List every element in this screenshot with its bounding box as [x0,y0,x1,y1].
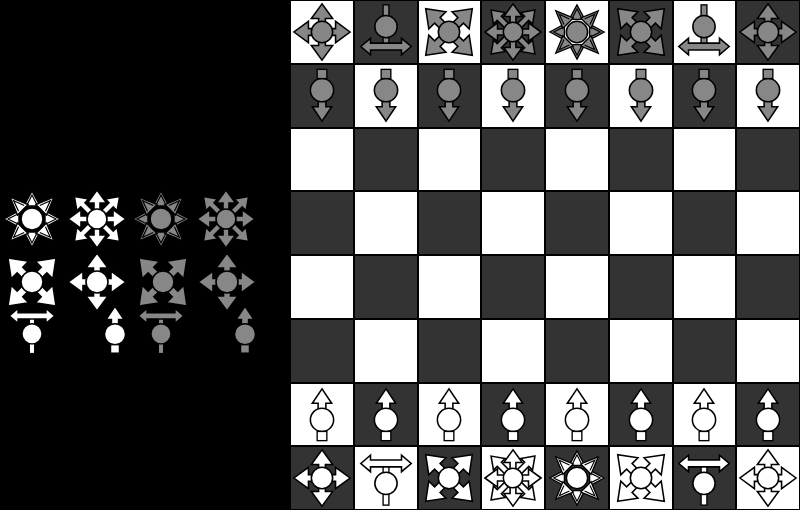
black-pawn [482,65,544,127]
square-a8[interactable] [290,0,354,64]
black-rook [291,1,353,63]
white-bishop [418,447,480,509]
square-c4[interactable] [418,255,482,319]
white-rook [737,447,799,509]
piece-legend-panel [0,0,290,510]
legend-black-king [129,187,193,251]
white-queen [482,447,544,509]
square-c2[interactable] [418,383,482,447]
legend-white-knight [4,301,60,357]
black-pawn [546,65,608,127]
legend-white-king [0,187,64,251]
black-pawn [673,65,735,127]
legend-black-pawn [217,301,273,357]
white-rook [291,447,353,509]
square-d3[interactable] [481,319,545,383]
white-bishop [610,447,672,509]
square-g6[interactable] [673,128,737,192]
square-f3[interactable] [609,319,673,383]
legend-black-knight [133,301,189,357]
black-pawn [291,65,353,127]
square-c7[interactable] [418,64,482,128]
square-h5[interactable] [736,191,800,255]
square-a1[interactable] [290,446,354,510]
white-pawn [737,383,799,445]
square-d2[interactable] [481,383,545,447]
square-g4[interactable] [673,255,737,319]
legend-black-queen [194,187,258,251]
chess-board[interactable] [290,0,800,510]
square-e7[interactable] [545,64,609,128]
white-pawn [355,383,417,445]
square-h3[interactable] [736,319,800,383]
square-c6[interactable] [418,128,482,192]
square-b1[interactable] [354,446,418,510]
square-a4[interactable] [290,255,354,319]
square-e4[interactable] [545,255,609,319]
square-g5[interactable] [673,191,737,255]
white-pawn [291,383,353,445]
square-a2[interactable] [290,383,354,447]
black-pawn [355,65,417,127]
square-g3[interactable] [673,319,737,383]
black-knight [673,1,735,63]
white-knight [673,447,735,509]
square-d4[interactable] [481,255,545,319]
square-f1[interactable] [609,446,673,510]
square-f7[interactable] [609,64,673,128]
square-c8[interactable] [418,0,482,64]
square-e8[interactable] [545,0,609,64]
black-queen [482,1,544,63]
black-king [546,1,608,63]
white-pawn [418,383,480,445]
square-b2[interactable] [354,383,418,447]
black-bishop [418,1,480,63]
square-b5[interactable] [354,191,418,255]
legend-white-queen [65,187,129,251]
square-h8[interactable] [736,0,800,64]
white-pawn [482,383,544,445]
chess-diagram [0,0,800,510]
square-c1[interactable] [418,446,482,510]
square-a6[interactable] [290,128,354,192]
square-e1[interactable] [545,446,609,510]
square-a3[interactable] [290,319,354,383]
square-g7[interactable] [673,64,737,128]
square-g2[interactable] [673,383,737,447]
white-knight [355,447,417,509]
square-a5[interactable] [290,191,354,255]
square-b4[interactable] [354,255,418,319]
square-d8[interactable] [481,0,545,64]
square-h6[interactable] [736,128,800,192]
black-rook [737,1,799,63]
square-h2[interactable] [736,383,800,447]
square-b3[interactable] [354,319,418,383]
square-f2[interactable] [609,383,673,447]
white-pawn [610,383,672,445]
black-pawn [737,65,799,127]
square-d5[interactable] [481,191,545,255]
square-e3[interactable] [545,319,609,383]
square-d6[interactable] [481,128,545,192]
black-bishop [610,1,672,63]
square-g1[interactable] [673,446,737,510]
square-e2[interactable] [545,383,609,447]
square-c3[interactable] [418,319,482,383]
square-d1[interactable] [481,446,545,510]
square-f8[interactable] [609,0,673,64]
square-b6[interactable] [354,128,418,192]
white-pawn [673,383,735,445]
square-h1[interactable] [736,446,800,510]
square-g8[interactable] [673,0,737,64]
square-b7[interactable] [354,64,418,128]
square-h7[interactable] [736,64,800,128]
square-f5[interactable] [609,191,673,255]
white-pawn [546,383,608,445]
square-d7[interactable] [481,64,545,128]
white-king [546,447,608,509]
black-pawn [418,65,480,127]
square-c5[interactable] [418,191,482,255]
black-pawn [610,65,672,127]
square-b8[interactable] [354,0,418,64]
square-e6[interactable] [545,128,609,192]
square-h4[interactable] [736,255,800,319]
square-e5[interactable] [545,191,609,255]
black-knight [355,1,417,63]
square-a7[interactable] [290,64,354,128]
square-f6[interactable] [609,128,673,192]
square-f4[interactable] [609,255,673,319]
